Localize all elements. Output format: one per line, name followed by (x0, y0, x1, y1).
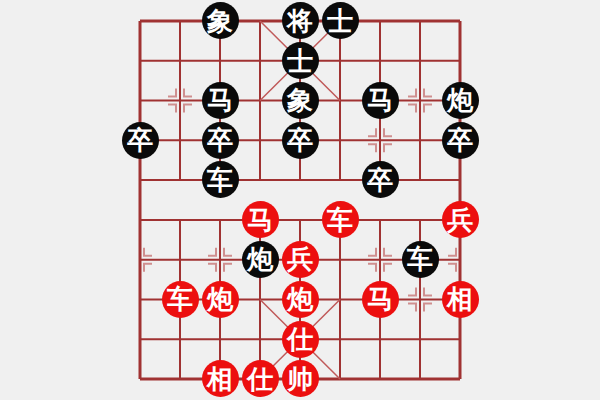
black-soldier[interactable]: 卒 (282, 122, 319, 159)
black-chariot[interactable]: 车 (202, 161, 239, 198)
red-elephant[interactable]: 相 (442, 281, 479, 318)
board-grid: 象将士士马象马炮卒卒卒卒车卒马车兵炮兵车车炮炮马相仕相仕帅 (120, 1, 480, 399)
red-chariot[interactable]: 车 (162, 281, 199, 318)
black-soldier[interactable]: 卒 (122, 122, 159, 159)
black-soldier[interactable]: 卒 (442, 122, 479, 159)
black-elephant[interactable]: 象 (282, 82, 319, 119)
red-horse[interactable]: 马 (362, 281, 399, 318)
red-horse[interactable]: 马 (242, 201, 279, 238)
black-advisor[interactable]: 士 (322, 2, 359, 39)
red-general[interactable]: 帅 (282, 360, 319, 397)
red-elephant[interactable]: 相 (202, 360, 239, 397)
black-horse[interactable]: 马 (362, 82, 399, 119)
red-advisor[interactable]: 仕 (282, 321, 319, 358)
black-horse[interactable]: 马 (202, 82, 239, 119)
red-soldier[interactable]: 兵 (282, 241, 319, 278)
red-cannon[interactable]: 炮 (202, 281, 239, 318)
xiangqi-board: 象将士士马象马炮卒卒卒卒车卒马车兵炮兵车车炮炮马相仕相仕帅 (0, 0, 600, 400)
red-advisor[interactable]: 仕 (242, 360, 279, 397)
black-cannon[interactable]: 炮 (242, 241, 279, 278)
black-soldier[interactable]: 卒 (202, 122, 239, 159)
black-cannon[interactable]: 炮 (442, 82, 479, 119)
red-soldier[interactable]: 兵 (442, 201, 479, 238)
black-chariot[interactable]: 车 (402, 241, 439, 278)
red-chariot[interactable]: 车 (322, 201, 359, 238)
black-elephant[interactable]: 象 (202, 2, 239, 39)
black-soldier[interactable]: 卒 (362, 161, 399, 198)
black-general[interactable]: 将 (282, 2, 319, 39)
black-advisor[interactable]: 士 (282, 42, 319, 79)
red-cannon[interactable]: 炮 (282, 281, 319, 318)
